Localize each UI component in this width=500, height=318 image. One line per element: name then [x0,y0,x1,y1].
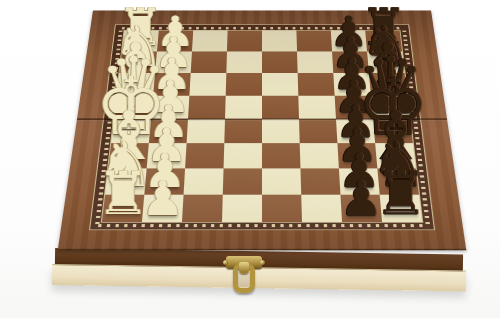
square-e5 [262,119,300,143]
clasp-screw-left [223,260,228,265]
square-g6 [300,168,340,194]
square-d3 [188,96,226,119]
square-a4 [227,31,262,52]
square-d2 [151,96,189,119]
chess-set-photo: ♜♟♟♜♞♟♟♞♝♟♟♝♛♟♟♛♚♟♟♚♝♟♟♝♞♟♟♞♜♟♟♜ [0,0,500,318]
square-c8 [369,73,407,95]
square-f8 [375,143,416,168]
square-h3 [182,195,223,222]
square-e7 [336,119,375,143]
square-f3 [185,143,224,168]
square-c1 [117,73,155,95]
square-c2 [153,73,191,95]
square-b3 [191,51,227,73]
square-d1 [114,96,153,119]
fold-seam [77,118,447,120]
square-c4 [226,73,262,95]
square-b4 [226,51,262,73]
square-h2 [142,195,184,222]
square-f4 [224,143,262,168]
square-c5 [262,73,298,95]
square-a6 [296,31,332,52]
square-h8 [380,195,422,222]
square-h5 [262,195,302,222]
brass-clasp [222,254,266,300]
square-d7 [335,96,373,119]
board-grid [101,30,424,223]
square-e2 [149,119,188,143]
square-a5 [262,31,297,52]
square-h1 [102,195,144,222]
square-f6 [300,143,339,168]
square-d6 [298,96,336,119]
square-c3 [189,73,226,95]
clasp-screw-right [260,260,265,265]
clasp-tab [239,262,249,274]
square-e3 [187,119,225,143]
square-a3 [192,31,228,52]
square-a1 [122,31,159,52]
square-b2 [155,51,192,73]
square-c6 [298,73,335,95]
square-f5 [262,143,300,168]
square-g5 [262,168,301,194]
square-g8 [377,168,419,194]
square-g1 [105,168,147,194]
square-e6 [299,119,337,143]
square-b5 [262,51,298,73]
square-e4 [224,119,262,143]
square-f2 [147,143,187,168]
square-g4 [223,168,262,194]
square-b1 [119,51,157,73]
square-f1 [108,143,149,168]
square-g2 [144,168,185,194]
square-e1 [111,119,151,143]
square-h4 [222,195,262,222]
square-f7 [337,143,377,168]
square-g7 [339,168,380,194]
square-e8 [373,119,413,143]
square-b6 [297,51,333,73]
square-b7 [332,51,369,73]
square-d8 [371,96,410,119]
square-g3 [184,168,224,194]
square-a7 [331,31,367,52]
square-a2 [157,31,193,52]
square-d5 [262,96,299,119]
decorative-border-band [89,24,435,230]
square-h6 [301,195,342,222]
square-b8 [367,51,405,73]
chessboard [58,10,467,250]
square-a8 [365,31,402,52]
square-c7 [333,73,371,95]
square-d4 [225,96,262,119]
square-h7 [340,195,382,222]
